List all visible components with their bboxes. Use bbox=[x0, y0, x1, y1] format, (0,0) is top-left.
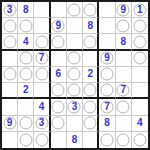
odd-marker-circle bbox=[52, 84, 65, 97]
cell-r7c5[interactable]: 3 bbox=[67, 99, 83, 115]
cell-r5c5[interactable] bbox=[67, 67, 83, 83]
cell-r7c4[interactable] bbox=[51, 99, 67, 115]
cell-r8c3[interactable]: 3 bbox=[34, 116, 50, 132]
given-digit: 7 bbox=[104, 102, 110, 112]
cell-r1c4[interactable] bbox=[51, 2, 67, 18]
cell-r6c1[interactable] bbox=[2, 83, 18, 99]
given-digit: 8 bbox=[23, 5, 29, 15]
cell-r2c4[interactable]: 9 bbox=[51, 18, 67, 34]
cell-r5c9[interactable] bbox=[132, 67, 148, 83]
cell-r7c6[interactable] bbox=[83, 99, 99, 115]
cell-r9c4[interactable] bbox=[51, 132, 67, 148]
cell-r2c2[interactable] bbox=[18, 18, 34, 34]
cell-r7c1[interactable] bbox=[2, 99, 18, 115]
odd-marker-circle bbox=[133, 19, 146, 32]
cell-r9c8[interactable] bbox=[116, 132, 132, 148]
given-digit: 7 bbox=[120, 85, 126, 95]
cell-r4c1[interactable] bbox=[2, 51, 18, 67]
given-digit: 9 bbox=[104, 53, 110, 63]
cell-r6c2[interactable]: 2 bbox=[18, 83, 34, 99]
cell-r4c7[interactable]: 9 bbox=[99, 51, 115, 67]
cell-r4c9[interactable] bbox=[132, 51, 148, 67]
odd-marker-circle bbox=[3, 68, 16, 81]
odd-marker-circle bbox=[117, 100, 130, 113]
cell-r4c6[interactable] bbox=[83, 51, 99, 67]
cell-r2c1[interactable] bbox=[2, 18, 18, 34]
odd-marker-circle bbox=[100, 68, 113, 81]
given-digit: 2 bbox=[23, 85, 29, 95]
given-digit: 4 bbox=[23, 37, 29, 47]
odd-marker-circle bbox=[3, 35, 16, 48]
odd-marker-circle bbox=[133, 133, 146, 146]
cell-r7c8[interactable] bbox=[116, 99, 132, 115]
given-digit: 8 bbox=[120, 37, 126, 47]
odd-marker-circle bbox=[68, 68, 81, 81]
cell-r5c7[interactable] bbox=[99, 67, 115, 83]
cell-r3c6[interactable] bbox=[83, 34, 99, 50]
odd-marker-circle bbox=[68, 84, 81, 97]
cell-r3c8[interactable]: 8 bbox=[116, 34, 132, 50]
cell-r5c6[interactable]: 2 bbox=[83, 67, 99, 83]
cell-r8c5[interactable] bbox=[67, 116, 83, 132]
cell-r7c9[interactable] bbox=[132, 99, 148, 115]
given-digit: 8 bbox=[104, 118, 110, 128]
cell-r4c8[interactable] bbox=[116, 51, 132, 67]
cell-r3c2[interactable]: 4 bbox=[18, 34, 34, 50]
cell-r7c2[interactable] bbox=[18, 99, 34, 115]
cell-r6c9[interactable] bbox=[132, 83, 148, 99]
odd-marker-circle bbox=[68, 3, 81, 16]
odd-marker-circle bbox=[19, 133, 32, 146]
cell-r1c5[interactable] bbox=[67, 2, 83, 18]
cell-r8c7[interactable]: 8 bbox=[99, 116, 115, 132]
cell-r1c7[interactable] bbox=[99, 2, 115, 18]
cell-r4c4[interactable] bbox=[51, 51, 67, 67]
cell-r2c5[interactable] bbox=[67, 18, 83, 34]
given-digit: 1 bbox=[137, 5, 143, 15]
cell-r9c6[interactable] bbox=[83, 132, 99, 148]
cell-r5c1[interactable] bbox=[2, 67, 18, 83]
odd-marker-circle bbox=[84, 117, 97, 130]
given-digit: 3 bbox=[7, 5, 13, 15]
cell-r4c5[interactable] bbox=[67, 51, 83, 67]
cell-r4c3[interactable]: 7 bbox=[34, 51, 50, 67]
given-digit: 2 bbox=[87, 69, 93, 79]
odd-marker-circle bbox=[19, 68, 32, 81]
cell-r3c3[interactable] bbox=[34, 34, 50, 50]
odd-marker-circle bbox=[117, 19, 130, 32]
given-digit: 3 bbox=[72, 102, 78, 112]
odd-marker-circle bbox=[68, 52, 81, 65]
given-digit: 9 bbox=[120, 5, 126, 15]
given-digit: 4 bbox=[39, 102, 45, 112]
cell-r9c3[interactable] bbox=[34, 132, 50, 148]
odd-marker-circle bbox=[117, 133, 130, 146]
cell-r2c6[interactable]: 8 bbox=[83, 18, 99, 34]
odd-marker-circle bbox=[133, 35, 146, 48]
cell-r8c6[interactable] bbox=[83, 116, 99, 132]
cell-r3c9[interactable] bbox=[132, 34, 148, 50]
cell-r6c7[interactable] bbox=[99, 83, 115, 99]
given-digit: 4 bbox=[137, 118, 143, 128]
cell-r6c4[interactable] bbox=[51, 83, 67, 99]
odd-marker-circle bbox=[19, 117, 32, 130]
cell-r5c4[interactable]: 6 bbox=[51, 67, 67, 83]
cell-r3c1[interactable] bbox=[2, 34, 18, 50]
cell-r5c3[interactable] bbox=[34, 67, 50, 83]
cell-r1c2[interactable]: 8 bbox=[18, 2, 34, 18]
cell-r8c2[interactable] bbox=[18, 116, 34, 132]
odd-marker-circle bbox=[19, 19, 32, 32]
sudoku-board: 3891984879622743793848 bbox=[0, 0, 150, 150]
odd-marker-circle bbox=[35, 133, 48, 146]
cell-r8c8[interactable] bbox=[116, 116, 132, 132]
given-digit: 3 bbox=[39, 118, 45, 128]
cell-r2c9[interactable] bbox=[132, 18, 148, 34]
cell-r5c8[interactable] bbox=[116, 67, 132, 83]
cell-r6c3[interactable] bbox=[34, 83, 50, 99]
cell-r9c5[interactable]: 8 bbox=[67, 132, 83, 148]
cell-r9c2[interactable] bbox=[18, 132, 34, 148]
cell-r6c5[interactable] bbox=[67, 83, 83, 99]
cell-r1c9[interactable]: 1 bbox=[132, 2, 148, 18]
cell-r3c5[interactable] bbox=[67, 34, 83, 50]
cell-r2c8[interactable] bbox=[116, 18, 132, 34]
given-digit: 7 bbox=[39, 53, 45, 63]
odd-marker-circle bbox=[35, 68, 48, 81]
odd-marker-circle bbox=[35, 35, 48, 48]
cell-r2c7[interactable] bbox=[99, 18, 115, 34]
odd-marker-circle bbox=[3, 19, 16, 32]
odd-marker-circle bbox=[133, 52, 146, 65]
cell-r1c6[interactable] bbox=[83, 2, 99, 18]
given-digit: 8 bbox=[87, 21, 93, 31]
cell-r6c8[interactable]: 7 bbox=[116, 83, 132, 99]
cell-r8c9[interactable]: 4 bbox=[132, 116, 148, 132]
cell-r3c7[interactable] bbox=[99, 34, 115, 50]
odd-marker-circle bbox=[52, 35, 65, 48]
cell-r8c1[interactable]: 9 bbox=[2, 116, 18, 132]
cell-r9c1[interactable] bbox=[2, 132, 18, 148]
cell-r6c6[interactable] bbox=[83, 83, 99, 99]
cell-r8c4[interactable] bbox=[51, 116, 67, 132]
odd-marker-circle bbox=[19, 52, 32, 65]
cell-r5c2[interactable] bbox=[18, 67, 34, 83]
cell-r1c3[interactable] bbox=[34, 2, 50, 18]
cell-r9c9[interactable] bbox=[132, 132, 148, 148]
odd-marker-circle bbox=[52, 100, 65, 113]
given-digit: 6 bbox=[55, 69, 61, 79]
odd-marker-circle bbox=[84, 100, 97, 113]
cell-r3c4[interactable] bbox=[51, 34, 67, 50]
odd-marker-circle bbox=[84, 84, 97, 97]
given-digit: 9 bbox=[55, 21, 61, 31]
cell-r9c7[interactable] bbox=[99, 132, 115, 148]
odd-marker-circle bbox=[100, 133, 113, 146]
given-digit: 8 bbox=[72, 135, 78, 145]
cell-r1c1[interactable]: 3 bbox=[2, 2, 18, 18]
odd-marker-circle bbox=[100, 84, 113, 97]
cell-r7c7[interactable]: 7 bbox=[99, 99, 115, 115]
odd-marker-circle bbox=[52, 117, 65, 130]
cell-r2c3[interactable] bbox=[34, 18, 50, 34]
cell-r7c3[interactable]: 4 bbox=[34, 99, 50, 115]
cell-r1c8[interactable]: 9 bbox=[116, 2, 132, 18]
given-digit: 9 bbox=[7, 118, 13, 128]
odd-marker-circle bbox=[84, 35, 97, 48]
cell-r4c2[interactable] bbox=[18, 51, 34, 67]
odd-marker-circle bbox=[84, 3, 97, 16]
